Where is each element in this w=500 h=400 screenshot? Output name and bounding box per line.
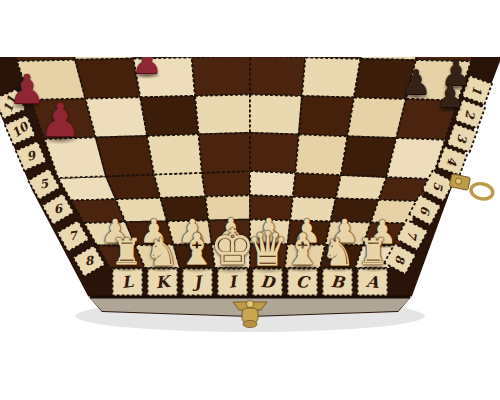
three-player-chess-photo: 11109567812345678LKJIDCBA ♜♞♝♚♛♝♞♜♟♟♟♟♟♟… bbox=[0, 0, 500, 400]
square-red-2-3[interactable] bbox=[147, 134, 202, 174]
square-B5[interactable] bbox=[336, 175, 387, 200]
piece-white-rook-L8[interactable]: ♜ bbox=[110, 234, 142, 270]
square-D5[interactable] bbox=[250, 171, 296, 197]
square-black-1-3[interactable] bbox=[296, 135, 348, 176]
piece-white-rook-A8[interactable]: ♜ bbox=[357, 235, 389, 271]
piece-white-bishop-C8[interactable]: ♝ bbox=[284, 228, 323, 271]
piece-black-pawn-1[interactable]: ♟ bbox=[401, 65, 431, 99]
square-black-0-1[interactable] bbox=[250, 56, 305, 96]
square-red-3-2[interactable] bbox=[195, 95, 250, 135]
square-C5[interactable] bbox=[293, 173, 341, 198]
board: 11109567812345678LKJIDCBA bbox=[0, 0, 500, 400]
square-red-3-1[interactable] bbox=[192, 56, 250, 96]
square-black-0-2[interactable] bbox=[250, 95, 302, 135]
square-red-2-2[interactable] bbox=[140, 96, 198, 136]
square-J5[interactable] bbox=[154, 173, 205, 198]
piece-white-queen-D8[interactable]: ♛ bbox=[247, 225, 289, 272]
piece-white-knight-B8[interactable]: ♞ bbox=[321, 233, 355, 271]
piece-black-pawn-2[interactable]: ♟ bbox=[436, 80, 465, 112]
square-black-2-2[interactable] bbox=[348, 98, 407, 139]
square-red-1-2[interactable] bbox=[85, 97, 147, 137]
right-clasp bbox=[448, 174, 495, 201]
square-red-3-3[interactable] bbox=[199, 133, 250, 173]
file-label-A: A bbox=[364, 272, 380, 292]
square-black-0-3[interactable] bbox=[250, 133, 299, 173]
square-K5[interactable] bbox=[106, 175, 161, 200]
piece-red-pawn-2[interactable]: ♟ bbox=[39, 97, 80, 143]
square-black-1-2[interactable] bbox=[299, 96, 354, 136]
square-black-1-1[interactable] bbox=[302, 58, 361, 98]
square-red-1-3[interactable] bbox=[96, 136, 154, 176]
piece-white-knight-K8[interactable]: ♞ bbox=[145, 233, 179, 271]
background bbox=[0, 0, 500, 57]
square-red-1-1[interactable] bbox=[75, 59, 140, 99]
square-I5[interactable] bbox=[202, 171, 250, 197]
